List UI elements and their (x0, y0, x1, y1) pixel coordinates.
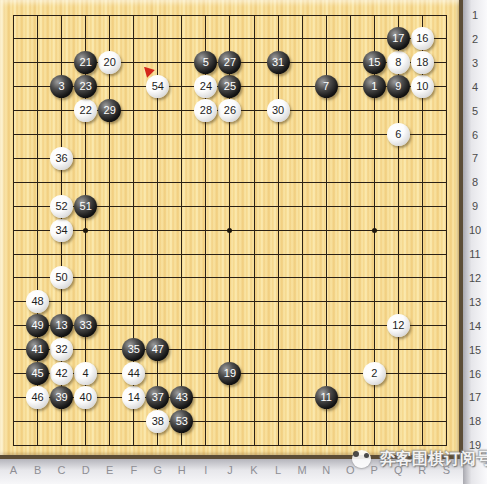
stone-black-33: 33 (74, 314, 97, 337)
stone-white-16: 16 (411, 27, 434, 50)
move-number: 21 (80, 51, 92, 74)
move-number: 39 (55, 386, 67, 409)
row-label-17: 17 (464, 391, 486, 403)
stone-black-45: 45 (26, 362, 49, 385)
stone-white-10: 10 (411, 75, 434, 98)
stone-black-43: 43 (170, 386, 193, 409)
move-number: 34 (55, 219, 67, 242)
move-number: 15 (368, 51, 380, 74)
stone-black-31: 31 (267, 51, 290, 74)
move-number: 12 (392, 314, 404, 337)
move-number: 17 (392, 27, 404, 50)
stone-white-30: 30 (267, 99, 290, 122)
column-label-G: G (151, 464, 165, 476)
stone-white-14: 14 (122, 386, 145, 409)
move-number: 22 (80, 99, 92, 122)
column-label-H: H (175, 464, 189, 476)
move-number: 27 (224, 51, 236, 74)
stone-black-19: 19 (218, 362, 241, 385)
column-label-M: M (295, 464, 309, 476)
column-label-B: B (31, 464, 45, 476)
move-number: 16 (416, 27, 428, 50)
stone-black-21: 21 (74, 51, 97, 74)
move-number: 46 (31, 386, 43, 409)
move-number: 50 (55, 266, 67, 289)
column-label-D: D (79, 464, 93, 476)
move-number: 23 (80, 75, 92, 98)
row-label-10: 10 (464, 224, 486, 236)
move-number: 53 (176, 410, 188, 433)
stone-black-37: 37 (146, 386, 169, 409)
stone-white-8: 8 (387, 51, 410, 74)
stone-white-20: 20 (98, 51, 121, 74)
go-board[interactable]: 1234567891011121314151617181920212223242… (0, 0, 463, 459)
stone-white-42: 42 (50, 362, 73, 385)
row-label-6: 6 (464, 129, 486, 141)
move-number: 6 (395, 123, 401, 146)
row-label-7: 7 (464, 152, 486, 164)
stone-black-51: 51 (74, 195, 97, 218)
move-number: 41 (31, 338, 43, 361)
move-number: 40 (80, 386, 92, 409)
stone-white-40: 40 (74, 386, 97, 409)
grid-line-horizontal (13, 254, 447, 255)
row-label-4: 4 (464, 81, 486, 93)
column-label-I: I (199, 464, 213, 476)
move-number: 26 (224, 99, 236, 122)
stone-black-47: 47 (146, 338, 169, 361)
move-number: 8 (395, 51, 401, 74)
column-label-J: J (223, 464, 237, 476)
move-number: 18 (416, 51, 428, 74)
move-number: 37 (152, 386, 164, 409)
stone-black-49: 49 (26, 314, 49, 337)
move-number: 49 (31, 314, 43, 337)
grid-line-vertical (278, 15, 279, 446)
stone-black-39: 39 (50, 386, 73, 409)
stone-black-5: 5 (194, 51, 217, 74)
move-number: 30 (272, 99, 284, 122)
move-number: 19 (224, 362, 236, 385)
move-number: 44 (128, 362, 140, 385)
move-number: 32 (55, 338, 67, 361)
row-label-2: 2 (464, 33, 486, 45)
stone-black-27: 27 (218, 51, 241, 74)
stone-white-26: 26 (218, 99, 241, 122)
stone-black-25: 25 (218, 75, 241, 98)
row-label-13: 13 (464, 296, 486, 308)
stone-black-3: 3 (50, 75, 73, 98)
grid-line-vertical (254, 15, 255, 446)
row-label-14: 14 (464, 320, 486, 332)
row-label-18: 18 (464, 415, 486, 427)
column-label-L: L (271, 464, 285, 476)
move-number: 47 (152, 338, 164, 361)
grid-line-horizontal (13, 277, 447, 278)
move-number: 20 (104, 51, 116, 74)
column-label-A: A (7, 464, 21, 476)
stone-white-4: 4 (74, 362, 97, 385)
move-number: 2 (371, 362, 377, 385)
stone-black-53: 53 (170, 410, 193, 433)
move-number: 4 (83, 362, 89, 385)
move-number: 45 (31, 362, 43, 385)
stone-white-2: 2 (363, 362, 386, 385)
stone-white-50: 50 (50, 266, 73, 289)
stone-white-32: 32 (50, 338, 73, 361)
move-number: 43 (176, 386, 188, 409)
grid-line-horizontal (13, 301, 447, 302)
move-number: 3 (59, 75, 65, 98)
stone-white-18: 18 (411, 51, 434, 74)
move-number: 33 (80, 314, 92, 337)
watermark: 弈客围棋订阅号 (352, 444, 487, 474)
stone-black-29: 29 (98, 99, 121, 122)
column-label-N: N (319, 464, 333, 476)
move-number: 9 (395, 75, 401, 98)
row-label-15: 15 (464, 344, 486, 356)
move-number: 31 (272, 51, 284, 74)
stone-black-17: 17 (387, 27, 410, 50)
stone-white-38: 38 (146, 410, 169, 433)
move-number: 51 (80, 195, 92, 218)
grid-line-horizontal (13, 349, 447, 350)
stone-black-11: 11 (315, 386, 338, 409)
stone-white-34: 34 (50, 219, 73, 242)
stone-black-41: 41 (26, 338, 49, 361)
move-number: 35 (128, 338, 140, 361)
move-number: 38 (152, 410, 164, 433)
stone-white-44: 44 (122, 362, 145, 385)
move-number: 10 (416, 75, 428, 98)
move-number: 13 (55, 314, 67, 337)
stone-black-7: 7 (315, 75, 338, 98)
stone-white-28: 28 (194, 99, 217, 122)
row-label-12: 12 (464, 272, 486, 284)
move-number: 29 (104, 99, 116, 122)
move-number: 28 (200, 99, 212, 122)
move-number: 11 (320, 386, 331, 409)
star-point (372, 228, 377, 233)
move-number: 5 (203, 51, 209, 74)
row-label-11: 11 (464, 248, 486, 260)
watermark-logo-icon (352, 450, 371, 468)
stone-black-1: 1 (363, 75, 386, 98)
column-label-E: E (103, 464, 117, 476)
grid-line-vertical (350, 15, 351, 446)
stone-white-6: 6 (387, 123, 410, 146)
stone-black-9: 9 (387, 75, 410, 98)
stone-white-12: 12 (387, 314, 410, 337)
stone-white-22: 22 (74, 99, 97, 122)
move-number: 14 (128, 386, 140, 409)
stone-white-54: 54 (146, 75, 169, 98)
row-label-strip: 12345678910111213141516171819 (463, 0, 487, 484)
column-label-K: K (247, 464, 261, 476)
move-number: 7 (323, 75, 329, 98)
row-label-5: 5 (464, 105, 486, 117)
stone-black-15: 15 (363, 51, 386, 74)
move-number: 52 (55, 195, 67, 218)
stone-black-13: 13 (50, 314, 73, 337)
stone-white-24: 24 (194, 75, 217, 98)
go-diagram: 1234567891011121314151617181920212223242… (0, 0, 487, 484)
move-number: 1 (371, 75, 377, 98)
row-label-8: 8 (464, 176, 486, 188)
move-number: 42 (55, 362, 67, 385)
stone-white-48: 48 (26, 290, 49, 313)
watermark-text: 弈客围棋订阅号 (380, 449, 487, 470)
move-number: 36 (55, 147, 67, 170)
move-number: 24 (200, 75, 212, 98)
star-point (83, 228, 88, 233)
stone-white-46: 46 (26, 386, 49, 409)
stone-black-35: 35 (122, 338, 145, 361)
row-label-16: 16 (464, 368, 486, 380)
column-label-C: C (55, 464, 69, 476)
stone-black-23: 23 (74, 75, 97, 98)
row-label-3: 3 (464, 57, 486, 69)
stone-white-52: 52 (50, 195, 73, 218)
stone-white-36: 36 (50, 147, 73, 170)
move-number: 54 (152, 75, 164, 98)
grid-line-vertical (446, 15, 447, 446)
grid-line-vertical (302, 15, 303, 446)
column-label-F: F (127, 464, 141, 476)
star-point (227, 228, 232, 233)
move-number: 25 (224, 75, 236, 98)
grid-line-horizontal (13, 421, 447, 422)
row-label-9: 9 (464, 200, 486, 212)
move-number: 48 (31, 290, 43, 313)
row-label-1: 1 (464, 9, 486, 21)
